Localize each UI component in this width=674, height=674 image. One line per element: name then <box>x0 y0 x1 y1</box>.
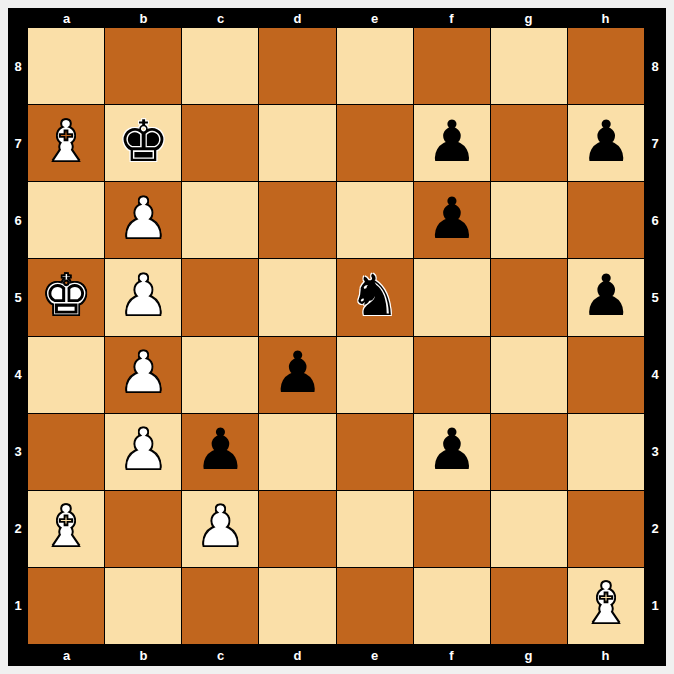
black-pawn: ♟ <box>580 267 631 324</box>
square-b8[interactable] <box>105 28 181 104</box>
square-h6[interactable] <box>568 182 644 258</box>
file-label-e: e <box>336 644 413 666</box>
black-pawn: ♟ <box>426 421 477 478</box>
rank-label-2: 2 <box>644 490 666 567</box>
chess-board: ♝♚♟♟♟♟♚♟♞♟♟♟♟♟♟♝♟♝ <box>28 28 644 644</box>
square-g7[interactable] <box>491 105 567 181</box>
square-a2[interactable]: ♝ <box>28 491 104 567</box>
square-c3[interactable]: ♟ <box>182 414 258 490</box>
file-label-h: h <box>567 8 644 28</box>
board-frame: abcdefgh 87654321 ♝♚♟♟♟♟♚♟♞♟♟♟♟♟♟♝♟♝ 876… <box>8 8 666 666</box>
white-pawn: ♟ <box>118 267 169 324</box>
rank-labels-right: 87654321 <box>644 28 666 644</box>
rank-label-6: 6 <box>644 182 666 259</box>
rank-label-4: 4 <box>8 336 28 413</box>
white-pawn: ♟ <box>118 190 169 247</box>
square-h5[interactable]: ♟ <box>568 259 644 335</box>
square-a7[interactable]: ♝ <box>28 105 104 181</box>
square-a8[interactable] <box>28 28 104 104</box>
square-c7[interactable] <box>182 105 258 181</box>
square-h4[interactable] <box>568 337 644 413</box>
square-e2[interactable] <box>337 491 413 567</box>
square-f3[interactable]: ♟ <box>414 414 490 490</box>
square-e5[interactable]: ♞ <box>337 259 413 335</box>
rank-label-5: 5 <box>644 259 666 336</box>
square-d5[interactable] <box>259 259 335 335</box>
file-label-h: h <box>567 644 644 666</box>
square-a1[interactable] <box>28 568 104 644</box>
rank-label-8: 8 <box>644 28 666 105</box>
square-d8[interactable] <box>259 28 335 104</box>
square-d3[interactable] <box>259 414 335 490</box>
square-e8[interactable] <box>337 28 413 104</box>
square-e4[interactable] <box>337 337 413 413</box>
square-f8[interactable] <box>414 28 490 104</box>
square-h8[interactable] <box>568 28 644 104</box>
square-g6[interactable] <box>491 182 567 258</box>
white-pawn: ♟ <box>195 498 246 555</box>
rank-label-6: 6 <box>8 182 28 259</box>
square-b7[interactable]: ♚ <box>105 105 181 181</box>
square-b1[interactable] <box>105 568 181 644</box>
white-king: ♚ <box>41 267 92 324</box>
rank-label-8: 8 <box>8 28 28 105</box>
corner-bottom-left <box>8 644 28 666</box>
file-label-e: e <box>336 8 413 28</box>
file-label-g: g <box>490 644 567 666</box>
rank-label-1: 1 <box>8 567 28 644</box>
square-f5[interactable] <box>414 259 490 335</box>
square-f1[interactable] <box>414 568 490 644</box>
square-d2[interactable] <box>259 491 335 567</box>
corner-top-right <box>644 8 666 28</box>
square-b3[interactable]: ♟ <box>105 414 181 490</box>
file-label-c: c <box>182 644 259 666</box>
black-pawn: ♟ <box>580 113 631 170</box>
file-label-b: b <box>105 644 182 666</box>
square-d6[interactable] <box>259 182 335 258</box>
square-e7[interactable] <box>337 105 413 181</box>
square-h1[interactable]: ♝ <box>568 568 644 644</box>
square-b5[interactable]: ♟ <box>105 259 181 335</box>
rank-label-4: 4 <box>644 336 666 413</box>
file-label-a: a <box>28 644 105 666</box>
square-g5[interactable] <box>491 259 567 335</box>
square-c6[interactable] <box>182 182 258 258</box>
square-c5[interactable] <box>182 259 258 335</box>
square-b2[interactable] <box>105 491 181 567</box>
square-c8[interactable] <box>182 28 258 104</box>
white-pawn: ♟ <box>118 421 169 478</box>
square-g2[interactable] <box>491 491 567 567</box>
rank-label-7: 7 <box>8 105 28 182</box>
corner-bottom-right <box>644 644 666 666</box>
file-label-g: g <box>490 8 567 28</box>
square-f6[interactable]: ♟ <box>414 182 490 258</box>
square-a6[interactable] <box>28 182 104 258</box>
file-label-c: c <box>182 8 259 28</box>
rank-label-7: 7 <box>644 105 666 182</box>
file-label-f: f <box>413 644 490 666</box>
square-b6[interactable]: ♟ <box>105 182 181 258</box>
rank-label-5: 5 <box>8 259 28 336</box>
black-king: ♚ <box>118 113 169 170</box>
square-d7[interactable] <box>259 105 335 181</box>
file-label-f: f <box>413 8 490 28</box>
square-a3[interactable] <box>28 414 104 490</box>
square-a5[interactable]: ♚ <box>28 259 104 335</box>
square-f4[interactable] <box>414 337 490 413</box>
white-bishop: ♝ <box>41 498 92 555</box>
square-b4[interactable]: ♟ <box>105 337 181 413</box>
square-g3[interactable] <box>491 414 567 490</box>
rank-label-3: 3 <box>8 413 28 490</box>
white-bishop: ♝ <box>41 113 92 170</box>
square-h3[interactable] <box>568 414 644 490</box>
file-label-a: a <box>28 8 105 28</box>
square-e1[interactable] <box>337 568 413 644</box>
white-bishop: ♝ <box>580 575 631 632</box>
file-labels-top: abcdefgh <box>28 8 644 28</box>
square-d4[interactable]: ♟ <box>259 337 335 413</box>
white-pawn: ♟ <box>118 344 169 401</box>
square-c4[interactable] <box>182 337 258 413</box>
square-c2[interactable]: ♟ <box>182 491 258 567</box>
rank-label-1: 1 <box>644 567 666 644</box>
black-pawn: ♟ <box>195 421 246 478</box>
square-e3[interactable] <box>337 414 413 490</box>
square-a4[interactable] <box>28 337 104 413</box>
black-pawn: ♟ <box>426 113 477 170</box>
rank-label-2: 2 <box>8 490 28 567</box>
square-c1[interactable] <box>182 568 258 644</box>
black-pawn: ♟ <box>272 344 323 401</box>
corner-top-left <box>8 8 28 28</box>
file-label-d: d <box>259 8 336 28</box>
square-f7[interactable]: ♟ <box>414 105 490 181</box>
file-labels-bottom: abcdefgh <box>28 644 644 666</box>
square-g4[interactable] <box>491 337 567 413</box>
square-g8[interactable] <box>491 28 567 104</box>
file-label-d: d <box>259 644 336 666</box>
square-h2[interactable] <box>568 491 644 567</box>
file-label-b: b <box>105 8 182 28</box>
square-d1[interactable] <box>259 568 335 644</box>
square-h7[interactable]: ♟ <box>568 105 644 181</box>
rank-labels-left: 87654321 <box>8 28 28 644</box>
square-e6[interactable] <box>337 182 413 258</box>
black-knight: ♞ <box>349 267 400 324</box>
black-pawn: ♟ <box>426 190 477 247</box>
square-f2[interactable] <box>414 491 490 567</box>
rank-label-3: 3 <box>644 413 666 490</box>
square-g1[interactable] <box>491 568 567 644</box>
